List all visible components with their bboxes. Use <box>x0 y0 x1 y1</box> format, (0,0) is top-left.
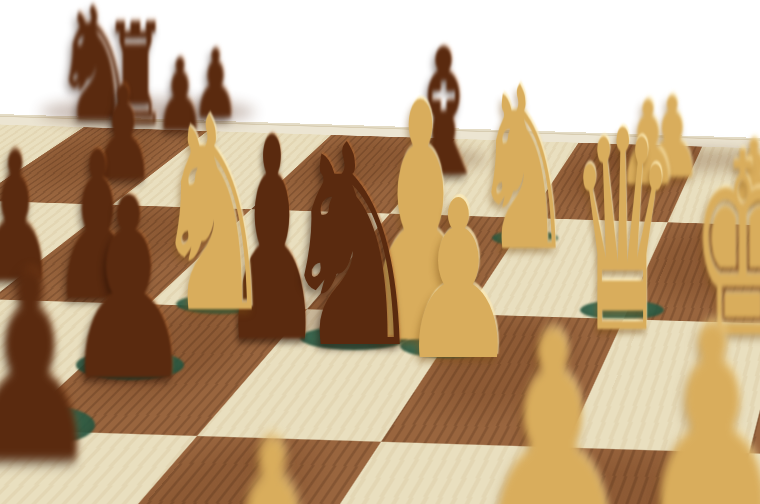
felt-base-pad <box>76 350 184 380</box>
felt-base-pad <box>580 300 664 320</box>
felt-base-pad <box>492 230 558 246</box>
felt-base-pad <box>176 294 264 314</box>
felt-base-pad <box>300 326 408 350</box>
piece-shadow <box>598 148 760 172</box>
piece-shadow <box>402 150 487 168</box>
felt-base-pad <box>396 316 456 330</box>
chess-set-photo: ♞♜♟♟♝♞♟♟♟♟♟♞♞♟♛♟♟♟♟♚♟♟♟♟ <box>0 0 760 504</box>
piece-shadow <box>40 98 255 126</box>
felt-base-pad <box>400 334 495 358</box>
